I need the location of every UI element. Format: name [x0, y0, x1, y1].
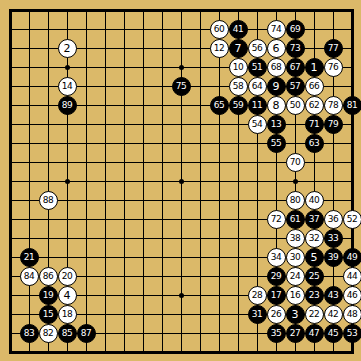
- go-stone-black: 29: [267, 267, 286, 286]
- go-stone-black: 85: [58, 324, 77, 343]
- grid-line-vertical: [200, 9, 201, 354]
- move-number: 75: [176, 81, 186, 91]
- go-stone-white: 44: [343, 267, 361, 286]
- go-stone-white: 86: [39, 267, 58, 286]
- move-number: 2: [64, 42, 71, 55]
- move-number: 21: [24, 252, 34, 262]
- move-number: 61: [290, 214, 300, 224]
- move-number: 14: [62, 81, 72, 91]
- move-number: 3: [292, 308, 299, 321]
- go-stone-black: 79: [324, 115, 343, 134]
- go-stone-white: 62: [305, 96, 324, 115]
- move-number: 20: [62, 271, 72, 281]
- move-number: 35: [271, 328, 281, 338]
- move-number: 76: [328, 62, 338, 72]
- move-number: 29: [271, 271, 281, 281]
- go-stone-black: 87: [77, 324, 96, 343]
- move-number: 85: [62, 328, 72, 338]
- go-stone-black: 41: [229, 20, 248, 39]
- go-stone-black: 43: [324, 286, 343, 305]
- move-number: 22: [309, 309, 319, 319]
- move-number: 67: [290, 62, 300, 72]
- go-stone-black: 81: [343, 96, 361, 115]
- move-number: 15: [43, 309, 53, 319]
- go-stone-black: 75: [172, 77, 191, 96]
- go-stone-white: 8: [267, 96, 286, 115]
- go-stone-black: 23: [305, 286, 324, 305]
- go-stone-white: 82: [39, 324, 58, 343]
- grid-line-vertical: [219, 9, 220, 354]
- go-stone-black: 89: [58, 96, 77, 115]
- go-stone-white: 48: [343, 305, 361, 324]
- move-number: 30: [290, 252, 300, 262]
- go-stone-white: 50: [286, 96, 305, 115]
- move-number: 24: [290, 271, 300, 281]
- move-number: 83: [24, 328, 34, 338]
- move-number: 1: [311, 61, 318, 74]
- go-stone-black: 27: [286, 324, 305, 343]
- go-stone-black: 45: [324, 324, 343, 343]
- move-number: 19: [43, 290, 53, 300]
- move-number: 72: [271, 214, 281, 224]
- go-stone-white: 36: [324, 210, 343, 229]
- move-number: 86: [43, 271, 53, 281]
- move-number: 6: [273, 42, 280, 55]
- move-number: 71: [309, 119, 319, 129]
- move-number: 60: [214, 24, 224, 34]
- go-stone-white: 30: [286, 248, 305, 267]
- go-stone-white: 24: [286, 267, 305, 286]
- move-number: 58: [233, 81, 243, 91]
- move-number: 87: [81, 328, 91, 338]
- move-number: 5: [311, 251, 318, 264]
- go-stone-white: 58: [229, 77, 248, 96]
- move-number: 57: [290, 81, 300, 91]
- go-stone-white: 80: [286, 191, 305, 210]
- move-number: 50: [290, 100, 300, 110]
- go-stone-white: 56: [248, 39, 267, 58]
- move-number: 46: [347, 290, 357, 300]
- go-stone-black: 65: [210, 96, 229, 115]
- star-point: [179, 293, 184, 298]
- go-stone-black: 61: [286, 210, 305, 229]
- go-board: 1234567891011121314151617181920212223242…: [0, 0, 361, 361]
- go-stone-white: 20: [58, 267, 77, 286]
- go-stone-white: 38: [286, 229, 305, 248]
- move-number: 84: [24, 271, 34, 281]
- move-number: 69: [290, 24, 300, 34]
- move-number: 73: [290, 43, 300, 53]
- move-number: 34: [271, 252, 281, 262]
- go-stone-black: 73: [286, 39, 305, 58]
- go-stone-black: 35: [267, 324, 286, 343]
- move-number: 8: [273, 99, 280, 112]
- move-number: 12: [214, 43, 224, 53]
- go-stone-white: 68: [267, 58, 286, 77]
- go-stone-white: 70: [286, 153, 305, 172]
- star-point: [179, 179, 184, 184]
- go-stone-black: 5: [305, 248, 324, 267]
- go-stone-black: 53: [343, 324, 361, 343]
- move-number: 10: [233, 62, 243, 72]
- go-stone-black: 63: [305, 134, 324, 153]
- move-number: 55: [271, 138, 281, 148]
- go-stone-white: 66: [305, 77, 324, 96]
- move-number: 28: [252, 290, 262, 300]
- go-stone-black: 19: [39, 286, 58, 305]
- go-stone-black: 11: [248, 96, 267, 115]
- go-stone-black: 31: [248, 305, 267, 324]
- move-number: 27: [290, 328, 300, 338]
- go-stone-black: 77: [324, 39, 343, 58]
- go-stone-black: 67: [286, 58, 305, 77]
- move-number: 39: [328, 252, 338, 262]
- move-number: 9: [273, 80, 280, 93]
- go-stone-black: 17: [267, 286, 286, 305]
- move-number: 17: [271, 290, 281, 300]
- move-number: 32: [309, 233, 319, 243]
- move-number: 11: [252, 100, 262, 110]
- go-stone-black: 33: [324, 229, 343, 248]
- go-stone-black: 71: [305, 115, 324, 134]
- go-stone-white: 4: [58, 286, 77, 305]
- move-number: 25: [309, 271, 319, 281]
- go-stone-white: 78: [324, 96, 343, 115]
- move-number: 47: [309, 328, 319, 338]
- go-stone-black: 49: [343, 248, 361, 267]
- go-stone-white: 22: [305, 305, 324, 324]
- go-stone-white: 26: [267, 305, 286, 324]
- go-stone-white: 16: [286, 286, 305, 305]
- move-number: 52: [347, 214, 357, 224]
- move-number: 31: [252, 309, 262, 319]
- move-number: 26: [271, 309, 281, 319]
- move-number: 53: [347, 328, 357, 338]
- move-number: 49: [347, 252, 357, 262]
- go-stone-white: 88: [39, 191, 58, 210]
- go-stone-white: 54: [248, 115, 267, 134]
- go-stone-black: 21: [20, 248, 39, 267]
- move-number: 54: [252, 119, 262, 129]
- grid-line-horizontal: [9, 351, 354, 354]
- go-stone-black: 15: [39, 305, 58, 324]
- move-number: 78: [328, 100, 338, 110]
- go-stone-black: 69: [286, 20, 305, 39]
- go-stone-black: 25: [305, 267, 324, 286]
- go-stone-white: 28: [248, 286, 267, 305]
- go-stone-black: 7: [229, 39, 248, 58]
- go-stone-white: 46: [343, 286, 361, 305]
- move-number: 40: [309, 195, 319, 205]
- go-stone-black: 51: [248, 58, 267, 77]
- move-number: 13: [271, 119, 281, 129]
- go-stone-white: 60: [210, 20, 229, 39]
- go-stone-black: 9: [267, 77, 286, 96]
- star-point: [65, 179, 70, 184]
- go-stone-white: 12: [210, 39, 229, 58]
- go-stone-black: 37: [305, 210, 324, 229]
- move-number: 23: [309, 290, 319, 300]
- move-number: 56: [252, 43, 262, 53]
- go-stone-white: 6: [267, 39, 286, 58]
- go-stone-black: 3: [286, 305, 305, 324]
- go-stone-white: 18: [58, 305, 77, 324]
- go-stone-white: 14: [58, 77, 77, 96]
- move-number: 18: [62, 309, 72, 319]
- go-stone-white: 74: [267, 20, 286, 39]
- go-stone-black: 83: [20, 324, 39, 343]
- move-number: 65: [214, 100, 224, 110]
- move-number: 80: [290, 195, 300, 205]
- go-stone-white: 2: [58, 39, 77, 58]
- go-stone-black: 39: [324, 248, 343, 267]
- move-number: 36: [328, 214, 338, 224]
- star-point: [65, 65, 70, 70]
- go-stone-white: 72: [267, 210, 286, 229]
- go-stone-white: 76: [324, 58, 343, 77]
- move-number: 62: [309, 100, 319, 110]
- move-number: 42: [328, 309, 338, 319]
- go-stone-white: 34: [267, 248, 286, 267]
- go-stone-white: 64: [248, 77, 267, 96]
- move-number: 70: [290, 157, 300, 167]
- move-number: 44: [347, 271, 357, 281]
- move-number: 16: [290, 290, 300, 300]
- go-stone-white: 42: [324, 305, 343, 324]
- move-number: 81: [347, 100, 357, 110]
- go-stone-white: 84: [20, 267, 39, 286]
- go-stone-white: 10: [229, 58, 248, 77]
- move-number: 43: [328, 290, 338, 300]
- move-number: 74: [271, 24, 281, 34]
- move-number: 63: [309, 138, 319, 148]
- move-number: 4: [64, 289, 71, 302]
- go-stone-black: 47: [305, 324, 324, 343]
- move-number: 59: [233, 100, 243, 110]
- go-stone-black: 57: [286, 77, 305, 96]
- move-number: 38: [290, 233, 300, 243]
- go-stone-white: 40: [305, 191, 324, 210]
- star-point: [293, 179, 298, 184]
- go-stone-black: 55: [267, 134, 286, 153]
- move-number: 64: [252, 81, 262, 91]
- go-stone-white: 32: [305, 229, 324, 248]
- move-number: 88: [43, 195, 53, 205]
- move-number: 66: [309, 81, 319, 91]
- move-number: 41: [233, 24, 243, 34]
- move-number: 79: [328, 119, 338, 129]
- go-stone-black: 13: [267, 115, 286, 134]
- move-number: 68: [271, 62, 281, 72]
- go-stone-white: 52: [343, 210, 361, 229]
- move-number: 89: [62, 100, 72, 110]
- go-stone-black: 59: [229, 96, 248, 115]
- move-number: 82: [43, 328, 53, 338]
- move-number: 37: [309, 214, 319, 224]
- go-stone-black: 1: [305, 58, 324, 77]
- move-number: 7: [235, 42, 242, 55]
- move-number: 33: [328, 233, 338, 243]
- move-number: 48: [347, 309, 357, 319]
- move-number: 45: [328, 328, 338, 338]
- move-number: 51: [252, 62, 262, 72]
- star-point: [179, 65, 184, 70]
- move-number: 77: [328, 43, 338, 53]
